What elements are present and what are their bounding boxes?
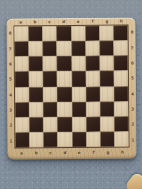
coord-label: 1 xyxy=(8,133,13,148)
square-a7 xyxy=(15,41,29,56)
square-b4 xyxy=(29,87,43,102)
coord-label: d xyxy=(58,150,72,155)
coord-label: 5 xyxy=(130,71,135,86)
coord-label: 4 xyxy=(8,87,13,102)
square-d3 xyxy=(57,102,71,117)
square-f8 xyxy=(85,26,99,41)
coord-label: g xyxy=(101,150,115,155)
square-d4 xyxy=(57,87,71,102)
square-d6 xyxy=(57,56,71,71)
square-g4 xyxy=(100,86,114,101)
square-a3 xyxy=(15,102,29,117)
coord-label: a xyxy=(13,19,27,24)
coord-label: h xyxy=(115,150,129,155)
square-g5 xyxy=(100,71,114,86)
coord-label: f xyxy=(85,19,99,24)
square-h7 xyxy=(114,41,128,56)
coord-label: e xyxy=(72,150,86,155)
square-f3 xyxy=(86,101,100,116)
square-e6 xyxy=(71,56,85,71)
coord-label: 1 xyxy=(130,132,135,147)
square-f6 xyxy=(85,56,99,71)
square-a1 xyxy=(15,132,29,147)
square-a4 xyxy=(15,87,29,102)
square-d8 xyxy=(57,26,71,41)
square-a5 xyxy=(15,72,29,87)
coord-label: 8 xyxy=(129,25,134,40)
square-d7 xyxy=(57,41,71,56)
coord-label: h xyxy=(114,19,128,24)
square-c6 xyxy=(43,56,57,71)
square-e5 xyxy=(71,71,85,86)
square-h4 xyxy=(114,86,128,101)
square-c8 xyxy=(43,26,57,41)
coord-label: 2 xyxy=(8,118,13,133)
square-e7 xyxy=(71,41,85,56)
square-a2 xyxy=(15,117,29,132)
square-a8 xyxy=(15,26,29,41)
square-g1 xyxy=(100,132,114,147)
rank-labels-right: 87654321 xyxy=(129,25,135,148)
square-c2 xyxy=(43,117,57,132)
coord-label: g xyxy=(100,19,114,24)
coord-label: 7 xyxy=(130,40,135,55)
square-b6 xyxy=(29,56,43,71)
square-e4 xyxy=(71,86,85,101)
square-h2 xyxy=(114,116,128,131)
file-labels-bottom: abcdefgh xyxy=(14,150,129,156)
coord-label: 7 xyxy=(8,41,13,56)
square-d2 xyxy=(58,117,72,132)
square-e2 xyxy=(72,117,86,132)
square-b5 xyxy=(29,72,43,87)
square-f2 xyxy=(86,117,100,132)
coord-label: 8 xyxy=(8,25,13,40)
coord-label: c xyxy=(43,150,57,155)
square-a6 xyxy=(15,57,29,72)
coord-label: 6 xyxy=(8,56,13,71)
square-h3 xyxy=(114,101,128,116)
chess-board: abcdefgh abcdefgh 87654321 87654321 xyxy=(6,17,136,159)
square-h8 xyxy=(113,26,127,41)
coord-label: 4 xyxy=(130,86,135,101)
square-b8 xyxy=(29,26,43,41)
square-b2 xyxy=(29,117,43,132)
square-f7 xyxy=(85,41,99,56)
square-f1 xyxy=(86,132,100,147)
file-labels-top: abcdefgh xyxy=(13,19,128,25)
square-g7 xyxy=(99,41,113,56)
square-c7 xyxy=(43,41,57,56)
square-h1 xyxy=(114,131,128,146)
square-g8 xyxy=(99,26,113,41)
board-grid xyxy=(14,25,130,149)
square-b7 xyxy=(29,41,43,56)
square-c1 xyxy=(44,132,58,147)
square-g2 xyxy=(100,116,114,131)
wooden-object-corner xyxy=(124,172,142,189)
coord-label: d xyxy=(57,19,71,24)
coord-label: e xyxy=(71,19,85,24)
square-f5 xyxy=(85,71,99,86)
square-d1 xyxy=(58,132,72,147)
coord-label: 3 xyxy=(130,101,135,116)
square-h5 xyxy=(114,71,128,86)
square-e3 xyxy=(72,102,86,117)
square-b3 xyxy=(29,102,43,117)
coord-label: f xyxy=(86,150,100,155)
coord-label: 3 xyxy=(8,102,13,117)
square-f4 xyxy=(86,86,100,101)
coord-label: a xyxy=(14,150,28,155)
photo-background: abcdefgh abcdefgh 87654321 87654321 xyxy=(0,0,142,189)
coord-label: 2 xyxy=(130,117,135,132)
square-c4 xyxy=(43,87,57,102)
square-h6 xyxy=(114,56,128,71)
square-g6 xyxy=(99,56,113,71)
square-c3 xyxy=(43,102,57,117)
coord-label: c xyxy=(42,19,56,24)
square-g3 xyxy=(100,101,114,116)
square-e1 xyxy=(72,132,86,147)
square-c5 xyxy=(43,71,57,86)
coord-label: 5 xyxy=(8,72,13,87)
coord-label: 6 xyxy=(130,55,135,70)
square-d5 xyxy=(57,71,71,86)
rank-labels-left: 87654321 xyxy=(8,25,14,148)
coord-label: b xyxy=(29,150,43,155)
square-e8 xyxy=(71,26,85,41)
coord-label: b xyxy=(28,19,42,24)
square-b1 xyxy=(29,132,43,147)
